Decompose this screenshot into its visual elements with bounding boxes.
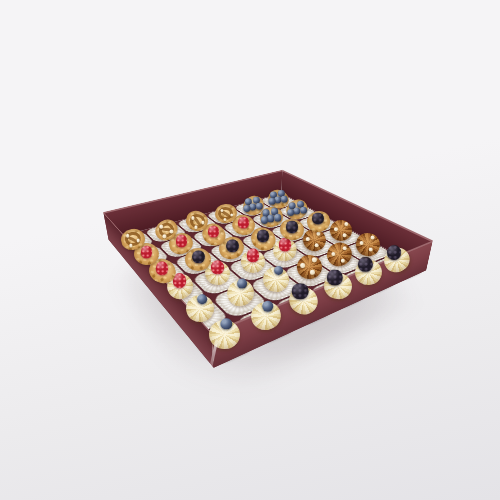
studio-backdrop <box>0 0 500 500</box>
pastry-box-tray <box>109 193 427 367</box>
